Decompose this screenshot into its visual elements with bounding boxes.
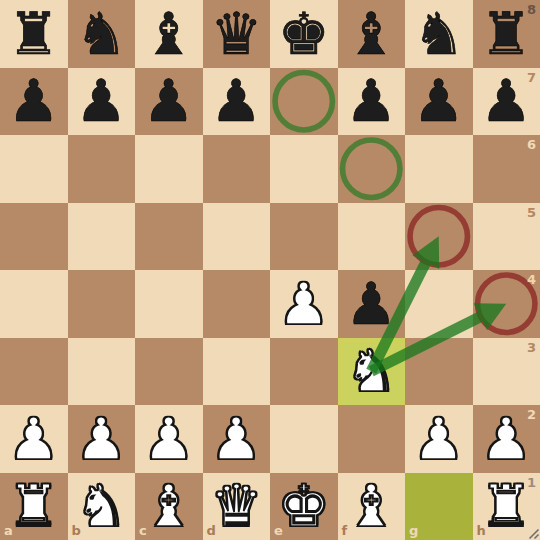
square-e4[interactable]: ♟ xyxy=(270,270,338,338)
square-b2[interactable]: ♟ xyxy=(68,405,136,473)
square-e5[interactable] xyxy=(270,203,338,271)
square-h3[interactable] xyxy=(473,338,540,406)
square-f6[interactable] xyxy=(338,135,406,203)
square-g3[interactable] xyxy=(405,338,473,406)
black-pawn[interactable]: ♟ xyxy=(68,68,136,136)
black-pawn[interactable]: ♟ xyxy=(338,270,406,338)
square-e8[interactable]: ♚ xyxy=(270,0,338,68)
square-h8[interactable]: ♜ xyxy=(473,0,540,68)
square-f1[interactable]: ♝ xyxy=(338,473,406,540)
white-pawn[interactable]: ♟ xyxy=(473,405,540,473)
square-c6[interactable] xyxy=(135,135,203,203)
square-f3[interactable]: ♞ xyxy=(338,338,406,406)
square-a7[interactable]: ♟ xyxy=(0,68,68,136)
square-c4[interactable] xyxy=(135,270,203,338)
black-pawn[interactable]: ♟ xyxy=(0,68,68,136)
white-pawn[interactable]: ♟ xyxy=(270,270,338,338)
square-d7[interactable]: ♟ xyxy=(203,68,271,136)
square-g6[interactable] xyxy=(405,135,473,203)
square-a5[interactable] xyxy=(0,203,68,271)
square-f2[interactable] xyxy=(338,405,406,473)
square-a2[interactable]: ♟ xyxy=(0,405,68,473)
black-rook[interactable]: ♜ xyxy=(0,0,68,68)
square-d3[interactable] xyxy=(203,338,271,406)
square-f8[interactable]: ♝ xyxy=(338,0,406,68)
square-a3[interactable] xyxy=(0,338,68,406)
square-e3[interactable] xyxy=(270,338,338,406)
white-pawn[interactable]: ♟ xyxy=(135,405,203,473)
square-h6[interactable] xyxy=(473,135,540,203)
square-g8[interactable]: ♞ xyxy=(405,0,473,68)
square-b3[interactable] xyxy=(68,338,136,406)
black-knight[interactable]: ♞ xyxy=(68,0,136,68)
white-knight[interactable]: ♞ xyxy=(338,338,406,406)
black-pawn[interactable]: ♟ xyxy=(338,68,406,136)
square-b6[interactable] xyxy=(68,135,136,203)
square-e6[interactable] xyxy=(270,135,338,203)
board-squares: ♜♞♝♛♚♝♞♜♟♟♟♟♟♟♟♟♟♞♟♟♟♟♟♟♜♞♝♛♚♝♜ xyxy=(0,0,540,540)
white-knight[interactable]: ♞ xyxy=(68,473,136,540)
square-h5[interactable] xyxy=(473,203,540,271)
black-bishop[interactable]: ♝ xyxy=(135,0,203,68)
square-f7[interactable]: ♟ xyxy=(338,68,406,136)
black-queen[interactable]: ♛ xyxy=(203,0,271,68)
square-b8[interactable]: ♞ xyxy=(68,0,136,68)
square-g5[interactable] xyxy=(405,203,473,271)
square-b5[interactable] xyxy=(68,203,136,271)
square-g1[interactable] xyxy=(405,473,473,540)
square-e1[interactable]: ♚ xyxy=(270,473,338,540)
black-king[interactable]: ♚ xyxy=(270,0,338,68)
square-h2[interactable]: ♟ xyxy=(473,405,540,473)
square-c2[interactable]: ♟ xyxy=(135,405,203,473)
white-rook[interactable]: ♜ xyxy=(473,473,540,540)
square-b7[interactable]: ♟ xyxy=(68,68,136,136)
black-knight[interactable]: ♞ xyxy=(405,0,473,68)
square-c8[interactable]: ♝ xyxy=(135,0,203,68)
black-pawn[interactable]: ♟ xyxy=(203,68,271,136)
square-c7[interactable]: ♟ xyxy=(135,68,203,136)
square-d2[interactable]: ♟ xyxy=(203,405,271,473)
square-d6[interactable] xyxy=(203,135,271,203)
square-g4[interactable] xyxy=(405,270,473,338)
square-d1[interactable]: ♛ xyxy=(203,473,271,540)
square-a1[interactable]: ♜ xyxy=(0,473,68,540)
white-pawn[interactable]: ♟ xyxy=(405,405,473,473)
square-a6[interactable] xyxy=(0,135,68,203)
white-rook[interactable]: ♜ xyxy=(0,473,68,540)
black-rook[interactable]: ♜ xyxy=(473,0,540,68)
square-f4[interactable]: ♟ xyxy=(338,270,406,338)
square-e7[interactable] xyxy=(270,68,338,136)
black-bishop[interactable]: ♝ xyxy=(338,0,406,68)
square-a4[interactable] xyxy=(0,270,68,338)
white-pawn[interactable]: ♟ xyxy=(0,405,68,473)
square-f5[interactable] xyxy=(338,203,406,271)
square-g2[interactable]: ♟ xyxy=(405,405,473,473)
square-a8[interactable]: ♜ xyxy=(0,0,68,68)
black-pawn[interactable]: ♟ xyxy=(473,68,540,136)
square-h1[interactable]: ♜ xyxy=(473,473,540,540)
square-h4[interactable] xyxy=(473,270,540,338)
white-pawn[interactable]: ♟ xyxy=(203,405,271,473)
chess-board[interactable]: ♜♞♝♛♚♝♞♜♟♟♟♟♟♟♟♟♟♞♟♟♟♟♟♟♜♞♝♛♚♝♜ abcdefgh… xyxy=(0,0,540,540)
square-d8[interactable]: ♛ xyxy=(203,0,271,68)
white-bishop[interactable]: ♝ xyxy=(135,473,203,540)
square-d5[interactable] xyxy=(203,203,271,271)
square-c5[interactable] xyxy=(135,203,203,271)
white-bishop[interactable]: ♝ xyxy=(338,473,406,540)
white-king[interactable]: ♚ xyxy=(270,473,338,540)
black-pawn[interactable]: ♟ xyxy=(405,68,473,136)
black-pawn[interactable]: ♟ xyxy=(135,68,203,136)
square-d4[interactable] xyxy=(203,270,271,338)
square-h7[interactable]: ♟ xyxy=(473,68,540,136)
white-queen[interactable]: ♛ xyxy=(203,473,271,540)
square-c1[interactable]: ♝ xyxy=(135,473,203,540)
square-b4[interactable] xyxy=(68,270,136,338)
square-g7[interactable]: ♟ xyxy=(405,68,473,136)
square-b1[interactable]: ♞ xyxy=(68,473,136,540)
white-pawn[interactable]: ♟ xyxy=(68,405,136,473)
square-e2[interactable] xyxy=(270,405,338,473)
square-c3[interactable] xyxy=(135,338,203,406)
